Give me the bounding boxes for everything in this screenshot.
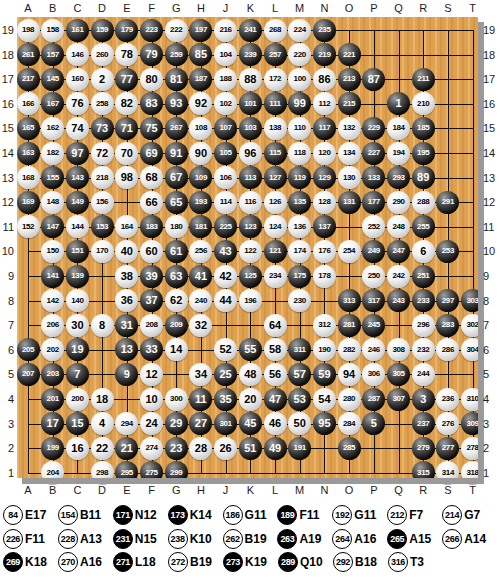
stone-M16-move-99[interactable]: 99 — [288, 92, 311, 115]
stone-Q8-move-243[interactable]: 243 — [387, 289, 410, 312]
stone-L6-move-58[interactable]: 58 — [264, 338, 287, 361]
stone-G19-move-222[interactable]: 222 — [165, 19, 188, 42]
stone-J9-move-42[interactable]: 42 — [214, 265, 237, 288]
stone-N10-move-176[interactable]: 176 — [313, 240, 336, 263]
stone-E9-move-38[interactable]: 38 — [115, 265, 138, 288]
stone-H17-move-187[interactable]: 187 — [189, 68, 212, 91]
stone-J3-move-301[interactable]: 301 — [214, 412, 237, 435]
stone-A5-move-207[interactable]: 207 — [17, 363, 40, 386]
stone-N17-move-86[interactable]: 86 — [313, 68, 336, 91]
stone-R14-move-195[interactable]: 195 — [412, 142, 435, 165]
stone-L3-move-46[interactable]: 46 — [264, 412, 287, 435]
stone-G14-move-91[interactable]: 91 — [165, 142, 188, 165]
stone-D19-move-159[interactable]: 159 — [91, 19, 114, 42]
stone-P17-move-87[interactable]: 87 — [362, 68, 385, 91]
stone-N7-move-312[interactable]: 312 — [313, 314, 336, 337]
row-label-right-1: 1 — [483, 467, 499, 479]
stone-M13-move-119[interactable]: 119 — [288, 166, 311, 189]
stone-G6-move-14[interactable]: 14 — [165, 338, 188, 361]
stone-R11-move-255[interactable]: 255 — [412, 215, 435, 238]
stone-H12-move-193[interactable]: 193 — [189, 191, 212, 214]
stone-J4-move-35[interactable]: 35 — [214, 388, 237, 411]
stone-C15-move-74[interactable]: 74 — [66, 117, 89, 140]
column-label-top-G: G — [172, 2, 181, 14]
stone-A16-move-166[interactable]: 166 — [17, 92, 40, 115]
stone-S12-move-291[interactable]: 291 — [436, 191, 459, 214]
stone-S8-move-297[interactable]: 297 — [436, 289, 459, 312]
stone-M17-move-100[interactable]: 100 — [288, 68, 311, 91]
stone-N5-move-59[interactable]: 59 — [313, 363, 336, 386]
goban[interactable]: 1981581611591792232221972162412682242352… — [17, 17, 478, 478]
row-label-right-15: 15 — [483, 122, 499, 134]
stone-S10-move-253[interactable]: 253 — [436, 240, 459, 263]
stone-R9-move-251[interactable]: 251 — [412, 265, 435, 288]
stone-F16-move-83[interactable]: 83 — [140, 92, 163, 115]
stone-S7-move-283[interactable]: 283 — [436, 314, 459, 337]
stone-C9-move-139[interactable]: 139 — [66, 265, 89, 288]
stone-G17-move-81[interactable]: 81 — [165, 68, 188, 91]
stone-F17-move-80[interactable]: 80 — [140, 68, 163, 91]
stone-A6-move-205[interactable]: 205 — [17, 338, 40, 361]
stone-M6-move-311[interactable]: 311 — [288, 338, 311, 361]
row-label-right-14: 14 — [483, 147, 499, 159]
stone-O6-move-282[interactable]: 282 — [338, 338, 361, 361]
stone-O14-move-134[interactable]: 134 — [338, 142, 361, 165]
stone-F6-move-33[interactable]: 33 — [140, 338, 163, 361]
stone-M12-move-135[interactable]: 135 — [288, 191, 311, 214]
stone-M3-move-50[interactable]: 50 — [288, 412, 311, 435]
stone-C8-move-140[interactable]: 140 — [66, 289, 89, 312]
stone-K4-move-20[interactable]: 20 — [239, 388, 262, 411]
stone-L13-move-127[interactable]: 127 — [264, 166, 287, 189]
stone-B2-move-199[interactable]: 199 — [41, 437, 64, 460]
stone-A14-move-163[interactable]: 163 — [17, 142, 40, 165]
stone-J11-move-225[interactable]: 225 — [214, 215, 237, 238]
stone-O15-move-132[interactable]: 132 — [338, 117, 361, 140]
stone-B3-move-17[interactable]: 17 — [41, 412, 64, 435]
stone-N14-move-120[interactable]: 120 — [313, 142, 336, 165]
stone-Q16-move-1[interactable]: 1 — [387, 92, 410, 115]
row-label-left-2: 2 — [0, 442, 14, 454]
stone-C4-move-200[interactable]: 200 — [66, 388, 89, 411]
row-label-left-17: 17 — [0, 73, 14, 85]
stone-H3-move-27[interactable]: 27 — [189, 412, 212, 435]
stone-R16-move-210[interactable]: 210 — [412, 92, 435, 115]
stone-K9-move-125[interactable]: 125 — [239, 265, 262, 288]
stone-R7-move-296[interactable]: 296 — [412, 314, 435, 337]
stone-H4-move-11[interactable]: 11 — [189, 388, 212, 411]
stone-B12-move-148[interactable]: 148 — [41, 191, 64, 214]
stone-O12-move-131[interactable]: 131 — [338, 191, 361, 214]
stone-L17-move-172[interactable]: 172 — [264, 68, 287, 91]
stone-D18-move-260[interactable]: 260 — [91, 43, 114, 66]
stone-N4-move-54[interactable]: 54 — [313, 388, 336, 411]
stone-F19-move-223[interactable]: 223 — [140, 19, 163, 42]
stone-K2-move-51[interactable]: 51 — [239, 437, 262, 460]
stone-O18-move-221[interactable]: 221 — [338, 43, 361, 66]
stone-D7-move-8[interactable]: 8 — [91, 314, 114, 337]
stone-K18-move-239[interactable]: 239 — [239, 43, 262, 66]
stone-K10-move-122[interactable]: 122 — [239, 240, 262, 263]
stone-D13-move-218[interactable]: 218 — [91, 166, 114, 189]
stone-E3-move-294[interactable]: 294 — [115, 412, 138, 435]
stone-O13-move-130[interactable]: 130 — [338, 166, 361, 189]
stone-J19-move-216[interactable]: 216 — [214, 19, 237, 42]
stone-E13-move-98[interactable]: 98 — [115, 166, 138, 189]
stone-P10-move-249[interactable]: 249 — [362, 240, 385, 263]
stone-N18-move-219[interactable]: 219 — [313, 43, 336, 66]
stone-G9-move-63[interactable]: 63 — [165, 265, 188, 288]
stone-J18-move-104[interactable]: 104 — [214, 43, 237, 66]
stone-K11-move-123[interactable]: 123 — [239, 215, 262, 238]
stone-K16-move-101[interactable]: 101 — [239, 92, 262, 115]
stone-F5-move-12[interactable]: 12 — [140, 363, 163, 386]
stone-H8-move-240[interactable]: 240 — [189, 289, 212, 312]
stone-K3-move-45[interactable]: 45 — [239, 412, 262, 435]
stone-J17-move-188[interactable]: 188 — [214, 68, 237, 91]
stone-D17-move-2[interactable]: 2 — [91, 68, 114, 91]
stone-E10-move-40[interactable]: 40 — [115, 240, 138, 263]
captured-move-entry-266: 266A14 — [442, 529, 497, 549]
stone-Q5-move-305[interactable]: 305 — [387, 363, 410, 386]
stone-M15-move-110[interactable]: 110 — [288, 117, 311, 140]
stone-S3-move-276[interactable]: 276 — [436, 412, 459, 435]
stone-P6-move-246[interactable]: 246 — [362, 338, 385, 361]
stone-F7-move-208[interactable]: 208 — [140, 314, 163, 337]
stone-L4-move-47[interactable]: 47 — [264, 388, 287, 411]
stone-L2-move-49[interactable]: 49 — [264, 437, 287, 460]
stone-P11-move-252[interactable]: 252 — [362, 215, 385, 238]
stone-F15-move-75[interactable]: 75 — [140, 117, 163, 140]
stone-G18-move-259[interactable]: 259 — [165, 43, 188, 66]
stone-Q15-move-184[interactable]: 184 — [387, 117, 410, 140]
stone-Q6-move-308[interactable]: 308 — [387, 338, 410, 361]
stone-P8-move-317[interactable]: 317 — [362, 289, 385, 312]
stone-B13-move-155[interactable]: 155 — [41, 166, 64, 189]
stone-F18-move-79[interactable]: 79 — [140, 43, 163, 66]
stone-O8-move-313[interactable]: 313 — [338, 289, 361, 312]
stone-C19-move-161[interactable]: 161 — [66, 19, 89, 42]
stone-M19-move-224[interactable]: 224 — [288, 19, 311, 42]
move-point-label-226: F11 — [25, 532, 45, 546]
stone-Q4-move-307[interactable]: 307 — [387, 388, 410, 411]
stone-F14-move-69[interactable]: 69 — [140, 142, 163, 165]
stone-G10-move-61[interactable]: 61 — [165, 240, 188, 263]
stone-C12-move-149[interactable]: 149 — [66, 191, 89, 214]
stone-H19-move-197[interactable]: 197 — [189, 19, 212, 42]
stone-M8-move-230[interactable]: 230 — [288, 289, 311, 312]
stone-A19-move-198[interactable]: 198 — [17, 19, 40, 42]
stone-E7-move-31[interactable]: 31 — [115, 314, 138, 337]
stone-D12-move-156[interactable]: 156 — [91, 191, 114, 214]
stone-D3-move-4[interactable]: 4 — [91, 412, 114, 435]
stone-G3-move-29[interactable]: 29 — [165, 412, 188, 435]
stone-R4-move-3[interactable]: 3 — [412, 388, 435, 411]
stone-P15-move-229[interactable]: 229 — [362, 117, 385, 140]
stone-O16-move-215[interactable]: 215 — [338, 92, 361, 115]
stone-O4-move-280[interactable]: 280 — [338, 388, 361, 411]
stone-E8-move-36[interactable]: 36 — [115, 289, 138, 312]
stone-C7-move-30[interactable]: 30 — [66, 314, 89, 337]
stone-M2-move-191[interactable]: 191 — [288, 437, 311, 460]
stone-A11-move-152[interactable]: 152 — [17, 215, 40, 238]
stone-K14-move-96[interactable]: 96 — [239, 142, 262, 165]
stone-G8-move-62[interactable]: 62 — [165, 289, 188, 312]
stone-E2-move-21[interactable]: 21 — [115, 437, 138, 460]
stone-K17-move-88[interactable]: 88 — [239, 68, 262, 91]
stone-G13-move-67[interactable]: 67 — [165, 166, 188, 189]
stone-C13-move-143[interactable]: 143 — [66, 166, 89, 189]
stone-D11-move-153[interactable]: 153 — [91, 215, 114, 238]
stone-J8-move-44[interactable]: 44 — [214, 289, 237, 312]
stone-B18-move-157[interactable]: 157 — [41, 43, 64, 66]
stone-H9-move-41[interactable]: 41 — [189, 265, 212, 288]
stone-B16-move-167[interactable]: 167 — [41, 92, 64, 115]
stone-P7-move-245[interactable]: 245 — [362, 314, 385, 337]
stone-P14-move-227[interactable]: 227 — [362, 142, 385, 165]
stone-Q9-move-242[interactable]: 242 — [387, 265, 410, 288]
stone-H2-move-28[interactable]: 28 — [189, 437, 212, 460]
row-label-right-12: 12 — [483, 196, 499, 208]
column-label-top-D: D — [98, 2, 106, 14]
stone-C3-move-15[interactable]: 15 — [66, 412, 89, 435]
stone-F12-move-66[interactable]: 66 — [140, 191, 163, 214]
stone-E15-move-71[interactable]: 71 — [115, 117, 138, 140]
stone-H11-move-181[interactable]: 181 — [189, 215, 212, 238]
stone-J13-move-106[interactable]: 106 — [214, 166, 237, 189]
stone-R12-move-288[interactable]: 288 — [412, 191, 435, 214]
stone-F3-move-24[interactable]: 24 — [140, 412, 163, 435]
stone-O3-move-284[interactable]: 284 — [338, 412, 361, 435]
stone-D14-move-72[interactable]: 72 — [91, 142, 114, 165]
captured-move-entry-186: 186G11 — [223, 505, 278, 525]
stone-A18-move-261[interactable]: 261 — [17, 43, 40, 66]
stone-F4-move-10[interactable]: 10 — [140, 388, 163, 411]
stone-K8-move-196[interactable]: 196 — [239, 289, 262, 312]
stone-C5-move-7[interactable]: 7 — [66, 363, 89, 386]
stone-P4-move-287[interactable]: 287 — [362, 388, 385, 411]
stone-B15-move-162[interactable]: 162 — [41, 117, 64, 140]
stone-K13-move-113[interactable]: 113 — [239, 166, 262, 189]
stone-Q13-move-293[interactable]: 293 — [387, 166, 410, 189]
stone-O2-move-285[interactable]: 285 — [338, 437, 361, 460]
stone-D4-move-18[interactable]: 18 — [91, 388, 114, 411]
stone-L14-move-115[interactable]: 115 — [264, 142, 287, 165]
stone-C2-move-16[interactable]: 16 — [66, 437, 89, 460]
stone-H15-move-108[interactable]: 108 — [189, 117, 212, 140]
stone-G11-move-180[interactable]: 180 — [165, 215, 188, 238]
stone-C11-move-144[interactable]: 144 — [66, 215, 89, 238]
captured-move-entry-265: 265A15 — [387, 529, 442, 549]
stone-L7-move-64[interactable]: 64 — [264, 314, 287, 337]
stone-A17-move-217[interactable]: 217 — [17, 68, 40, 91]
stone-R13-move-89[interactable]: 89 — [412, 166, 435, 189]
stone-R17-move-211[interactable]: 211 — [412, 68, 435, 91]
stone-G15-move-267[interactable]: 267 — [165, 117, 188, 140]
stone-E18-move-78[interactable]: 78 — [115, 43, 138, 66]
stone-R3-move-237[interactable]: 237 — [412, 412, 435, 435]
stone-D15-move-73[interactable]: 73 — [91, 117, 114, 140]
stone-O5-move-94[interactable]: 94 — [338, 363, 361, 386]
stone-G2-move-23[interactable]: 23 — [165, 437, 188, 460]
stone-J6-move-52[interactable]: 52 — [214, 338, 237, 361]
stone-C14-move-97[interactable]: 97 — [66, 142, 89, 165]
stone-F9-move-39[interactable]: 39 — [140, 265, 163, 288]
stone-M18-move-220[interactable]: 220 — [288, 43, 311, 66]
stone-N11-move-137[interactable]: 137 — [313, 215, 336, 238]
stone-L12-move-126[interactable]: 126 — [264, 191, 287, 214]
stone-H10-move-256[interactable]: 256 — [189, 240, 212, 263]
stone-K19-move-241[interactable]: 241 — [239, 19, 262, 42]
stone-L15-move-138[interactable]: 138 — [264, 117, 287, 140]
stone-F11-move-183[interactable]: 183 — [140, 215, 163, 238]
stone-P13-move-133[interactable]: 133 — [362, 166, 385, 189]
stone-L16-move-111[interactable]: 111 — [264, 92, 287, 115]
stone-B4-move-201[interactable]: 201 — [41, 388, 64, 411]
stone-A15-move-165[interactable]: 165 — [17, 117, 40, 140]
stone-G12-move-65[interactable]: 65 — [165, 191, 188, 214]
stone-B6-move-202[interactable]: 202 — [41, 338, 64, 361]
stone-H13-move-109[interactable]: 109 — [189, 166, 212, 189]
stone-Q14-move-194[interactable]: 194 — [387, 142, 410, 165]
stone-H18-move-85[interactable]: 85 — [189, 43, 212, 66]
stone-C6-move-19[interactable]: 19 — [66, 338, 89, 361]
column-label-top-C: C — [73, 2, 81, 14]
stone-C17-move-160[interactable]: 160 — [66, 68, 89, 91]
stone-B8-move-142[interactable]: 142 — [41, 289, 64, 312]
stone-C16-move-76[interactable]: 76 — [66, 92, 89, 115]
stone-N19-move-235[interactable]: 235 — [313, 19, 336, 42]
stone-P5-move-306[interactable]: 306 — [362, 363, 385, 386]
move-number-circle-228: 228 — [58, 529, 78, 549]
stone-Q12-move-290[interactable]: 290 — [387, 191, 410, 214]
stone-H16-move-92[interactable]: 92 — [189, 92, 212, 115]
stone-Q10-move-247[interactable]: 247 — [387, 240, 410, 263]
stone-O10-move-254[interactable]: 254 — [338, 240, 361, 263]
move-point-label-189: F11 — [299, 508, 319, 522]
stone-B14-move-182[interactable]: 182 — [41, 142, 64, 165]
stone-B11-move-147[interactable]: 147 — [41, 215, 64, 238]
stone-H5-move-34[interactable]: 34 — [189, 363, 212, 386]
stone-N6-move-190[interactable]: 190 — [313, 338, 336, 361]
stone-J14-move-105[interactable]: 105 — [214, 142, 237, 165]
stone-K5-move-48[interactable]: 48 — [239, 363, 262, 386]
stone-D2-move-22[interactable]: 22 — [91, 437, 114, 460]
stone-S4-move-236[interactable]: 236 — [436, 388, 459, 411]
stone-E5-move-9[interactable]: 9 — [115, 363, 138, 386]
stone-F2-move-274[interactable]: 274 — [140, 437, 163, 460]
stone-F13-move-68[interactable]: 68 — [140, 166, 163, 189]
stone-D16-move-258[interactable]: 258 — [91, 92, 114, 115]
stone-L9-move-234[interactable]: 234 — [264, 265, 287, 288]
stone-R15-move-185[interactable]: 185 — [412, 117, 435, 140]
stone-M4-move-53[interactable]: 53 — [288, 388, 311, 411]
stone-L19-move-268[interactable]: 268 — [264, 19, 287, 42]
stone-F10-move-60[interactable]: 60 — [140, 240, 163, 263]
stone-A13-move-168[interactable]: 168 — [17, 166, 40, 189]
stone-E16-move-82[interactable]: 82 — [115, 92, 138, 115]
stone-C18-move-146[interactable]: 146 — [66, 43, 89, 66]
stone-N15-move-117[interactable]: 117 — [313, 117, 336, 140]
stone-A12-move-169[interactable]: 169 — [17, 191, 40, 214]
stone-B9-move-141[interactable]: 141 — [41, 265, 64, 288]
stone-R5-move-244[interactable]: 244 — [412, 363, 435, 386]
stone-M11-move-136[interactable]: 136 — [288, 215, 311, 238]
stone-B5-move-203[interactable]: 203 — [41, 363, 64, 386]
stone-M10-move-174[interactable]: 174 — [288, 240, 311, 263]
stone-C10-move-151[interactable]: 151 — [66, 240, 89, 263]
stone-E6-move-13[interactable]: 13 — [115, 338, 138, 361]
stone-H7-move-32[interactable]: 32 — [189, 314, 212, 337]
stone-M14-move-118[interactable]: 118 — [288, 142, 311, 165]
stone-B19-move-158[interactable]: 158 — [41, 19, 64, 42]
row-label-left-19: 19 — [0, 24, 14, 36]
stone-F8-move-37[interactable]: 37 — [140, 289, 163, 312]
stone-B7-move-206[interactable]: 206 — [41, 314, 64, 337]
stone-K6-move-55[interactable]: 55 — [239, 338, 262, 361]
stone-N3-move-95[interactable]: 95 — [313, 412, 336, 435]
stone-H14-move-90[interactable]: 90 — [189, 142, 212, 165]
stone-M5-move-57[interactable]: 57 — [288, 363, 311, 386]
stone-R6-move-232[interactable]: 232 — [412, 338, 435, 361]
stone-R8-move-233[interactable]: 233 — [412, 289, 435, 312]
stone-N12-move-128[interactable]: 128 — [313, 191, 336, 214]
stone-P12-move-177[interactable]: 177 — [362, 191, 385, 214]
column-label-bottom-H: H — [197, 484, 205, 496]
stone-N9-move-178[interactable]: 178 — [313, 265, 336, 288]
stone-E11-move-164[interactable]: 164 — [115, 215, 138, 238]
stone-L5-move-56[interactable]: 56 — [264, 363, 287, 386]
stone-J12-move-114[interactable]: 114 — [214, 191, 237, 214]
stone-P9-move-250[interactable]: 250 — [362, 265, 385, 288]
stone-E14-move-70[interactable]: 70 — [115, 142, 138, 165]
stone-J5-move-25[interactable]: 25 — [214, 363, 237, 386]
stone-P3-move-5[interactable]: 5 — [362, 412, 385, 435]
stone-L11-move-124[interactable]: 124 — [264, 215, 287, 238]
captured-move-entry-263: 263A19 — [277, 529, 332, 549]
stone-J10-move-43[interactable]: 43 — [214, 240, 237, 263]
stone-E17-move-77[interactable]: 77 — [115, 68, 138, 91]
stone-R2-move-279[interactable]: 279 — [412, 437, 435, 460]
stone-S2-move-277[interactable]: 277 — [436, 437, 459, 460]
stone-O17-move-213[interactable]: 213 — [338, 68, 361, 91]
stone-J15-move-107[interactable]: 107 — [214, 117, 237, 140]
stone-G4-move-300[interactable]: 300 — [165, 388, 188, 411]
stone-G16-move-93[interactable]: 93 — [165, 92, 188, 115]
column-label-bottom-P: P — [370, 484, 377, 496]
stone-B17-move-145[interactable]: 145 — [41, 68, 64, 91]
move-number-circle-238: 238 — [168, 529, 188, 549]
stone-R10-move-6[interactable]: 6 — [412, 240, 435, 263]
stone-E19-move-179[interactable]: 179 — [115, 19, 138, 42]
stone-L10-move-121[interactable]: 121 — [264, 240, 287, 263]
stone-N16-move-112[interactable]: 112 — [313, 92, 336, 115]
stone-J2-move-26[interactable]: 26 — [214, 437, 237, 460]
stone-B10-move-150[interactable]: 150 — [41, 240, 64, 263]
captured-moves-row-1: 84E17154B11171N12173K14186G11189F11192G1… — [3, 505, 497, 525]
stone-M9-move-175[interactable]: 175 — [288, 265, 311, 288]
stone-J16-move-102[interactable]: 102 — [214, 92, 237, 115]
stone-O7-move-281[interactable]: 281 — [338, 314, 361, 337]
stone-K15-move-103[interactable]: 103 — [239, 117, 262, 140]
stone-L18-move-257[interactable]: 257 — [264, 43, 287, 66]
stone-K12-move-116[interactable]: 116 — [239, 191, 262, 214]
stone-N13-move-129[interactable]: 129 — [313, 166, 336, 189]
stone-G7-move-209[interactable]: 209 — [165, 314, 188, 337]
stone-S6-move-286[interactable]: 286 — [436, 338, 459, 361]
stone-Q11-move-248[interactable]: 248 — [387, 215, 410, 238]
stone-D10-move-170[interactable]: 170 — [91, 240, 114, 263]
